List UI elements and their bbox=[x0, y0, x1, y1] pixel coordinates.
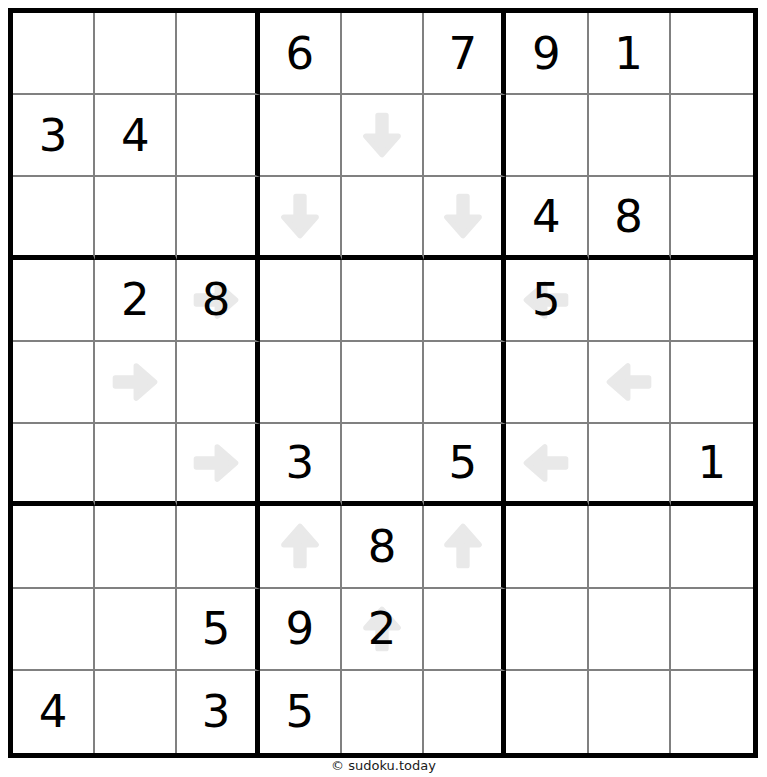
cell-r3c3[interactable] bbox=[177, 177, 259, 259]
cell-r8c2[interactable] bbox=[95, 589, 177, 671]
cell-r7c3[interactable] bbox=[177, 506, 259, 588]
cell-r3c7[interactable]: 4 bbox=[506, 177, 588, 259]
given-digit: 4 bbox=[39, 689, 68, 734]
cell-r9c3[interactable]: 3 bbox=[177, 671, 259, 753]
given-digit: 8 bbox=[614, 194, 643, 239]
cell-r4c6[interactable] bbox=[424, 260, 506, 342]
cell-r7c8[interactable] bbox=[589, 506, 671, 588]
cell-r1c2[interactable] bbox=[95, 13, 177, 95]
cell-r2c7[interactable] bbox=[506, 95, 588, 177]
cell-r8c5[interactable]: 2 bbox=[342, 589, 424, 671]
cell-r1c5[interactable] bbox=[342, 13, 424, 95]
given-digit: 9 bbox=[532, 31, 561, 76]
given-digit: 9 bbox=[285, 606, 314, 651]
arrow-left-icon bbox=[517, 434, 575, 492]
cell-r4c8[interactable] bbox=[589, 260, 671, 342]
cell-r5c5[interactable] bbox=[342, 342, 424, 424]
puzzle-page: 679134 482 8 5 35 1 8 59 2435 © sudoku.t… bbox=[0, 0, 767, 777]
arrow-left-icon bbox=[600, 353, 658, 411]
given-digit: 5 bbox=[285, 689, 314, 734]
given-digit: 7 bbox=[448, 31, 477, 76]
given-digit: 8 bbox=[368, 524, 397, 569]
arrow-up-icon bbox=[271, 517, 329, 575]
cell-r3c8[interactable]: 8 bbox=[589, 177, 671, 259]
given-digit: 5 bbox=[448, 440, 477, 485]
cell-r3c5[interactable] bbox=[342, 177, 424, 259]
cell-r8c1[interactable] bbox=[13, 589, 95, 671]
arrow-down-icon bbox=[353, 106, 411, 164]
arrow-up-icon bbox=[434, 517, 492, 575]
cell-r9c8[interactable] bbox=[589, 671, 671, 753]
arrow-right-icon bbox=[106, 353, 164, 411]
cell-r5c6[interactable] bbox=[424, 342, 506, 424]
cell-r6c2[interactable] bbox=[95, 424, 177, 506]
sudoku-board: 679134 482 8 5 35 1 8 59 2435 bbox=[8, 8, 758, 758]
cell-r1c4[interactable]: 6 bbox=[260, 13, 342, 95]
cell-r4c3[interactable]: 8 bbox=[177, 260, 259, 342]
cell-r5c3[interactable] bbox=[177, 342, 259, 424]
arrow-down-icon bbox=[434, 187, 492, 245]
cell-r6c3[interactable] bbox=[177, 424, 259, 506]
cell-r2c8[interactable] bbox=[589, 95, 671, 177]
cell-r7c7[interactable] bbox=[506, 506, 588, 588]
given-digit: 4 bbox=[532, 194, 561, 239]
cell-r7c5[interactable]: 8 bbox=[342, 506, 424, 588]
cell-r5c9[interactable] bbox=[671, 342, 753, 424]
cell-r4c4[interactable] bbox=[260, 260, 342, 342]
cell-r9c2[interactable] bbox=[95, 671, 177, 753]
cell-r5c4[interactable] bbox=[260, 342, 342, 424]
cell-r1c9[interactable] bbox=[671, 13, 753, 95]
cell-r5c8[interactable] bbox=[589, 342, 671, 424]
cell-r3c9[interactable] bbox=[671, 177, 753, 259]
cell-r4c2[interactable]: 2 bbox=[95, 260, 177, 342]
cell-r8c4[interactable]: 9 bbox=[260, 589, 342, 671]
cell-r8c9[interactable] bbox=[671, 589, 753, 671]
cell-r8c7[interactable] bbox=[506, 589, 588, 671]
cell-r6c9[interactable]: 1 bbox=[671, 424, 753, 506]
cell-r2c1[interactable]: 3 bbox=[13, 95, 95, 177]
cell-r6c6[interactable]: 5 bbox=[424, 424, 506, 506]
cell-r3c1[interactable] bbox=[13, 177, 95, 259]
cell-r3c2[interactable] bbox=[95, 177, 177, 259]
cell-r3c6[interactable] bbox=[424, 177, 506, 259]
cell-r6c5[interactable] bbox=[342, 424, 424, 506]
cell-r4c9[interactable] bbox=[671, 260, 753, 342]
given-digit: 5 bbox=[202, 606, 231, 651]
cell-r2c9[interactable] bbox=[671, 95, 753, 177]
given-digit: 3 bbox=[285, 440, 314, 485]
given-digit: 1 bbox=[698, 440, 727, 485]
cell-r7c1[interactable] bbox=[13, 506, 95, 588]
given-digit: 3 bbox=[202, 689, 231, 734]
given-digit: 2 bbox=[121, 277, 150, 322]
cell-r1c6[interactable]: 7 bbox=[424, 13, 506, 95]
arrow-down-icon bbox=[271, 187, 329, 245]
given-digit: 2 bbox=[368, 606, 397, 651]
cell-r2c2[interactable]: 4 bbox=[95, 95, 177, 177]
cell-r1c1[interactable] bbox=[13, 13, 95, 95]
cell-r9c1[interactable]: 4 bbox=[13, 671, 95, 753]
cell-r9c4[interactable]: 5 bbox=[260, 671, 342, 753]
cell-r7c6[interactable] bbox=[424, 506, 506, 588]
given-digit: 5 bbox=[532, 277, 561, 322]
cell-r6c8[interactable] bbox=[589, 424, 671, 506]
cell-r5c7[interactable] bbox=[506, 342, 588, 424]
cell-r7c4[interactable] bbox=[260, 506, 342, 588]
cell-r8c3[interactable]: 5 bbox=[177, 589, 259, 671]
cell-r8c6[interactable] bbox=[424, 589, 506, 671]
cell-r4c7[interactable]: 5 bbox=[506, 260, 588, 342]
copyright-credit: © sudoku.today bbox=[0, 757, 767, 777]
given-digit: 3 bbox=[39, 113, 68, 158]
cell-r7c2[interactable] bbox=[95, 506, 177, 588]
arrow-right-icon bbox=[187, 434, 245, 492]
cell-r6c7[interactable] bbox=[506, 424, 588, 506]
cell-r1c7[interactable]: 9 bbox=[506, 13, 588, 95]
cell-r2c4[interactable] bbox=[260, 95, 342, 177]
cell-r1c3[interactable] bbox=[177, 13, 259, 95]
given-digit: 1 bbox=[614, 31, 643, 76]
cell-r6c1[interactable] bbox=[13, 424, 95, 506]
cell-r6c4[interactable]: 3 bbox=[260, 424, 342, 506]
given-digit: 6 bbox=[285, 31, 314, 76]
cell-r9c9[interactable] bbox=[671, 671, 753, 753]
given-digit: 8 bbox=[202, 277, 231, 322]
cell-r4c1[interactable] bbox=[13, 260, 95, 342]
cell-r7c9[interactable] bbox=[671, 506, 753, 588]
cell-r9c7[interactable] bbox=[506, 671, 588, 753]
cell-r9c6[interactable] bbox=[424, 671, 506, 753]
cell-r5c1[interactable] bbox=[13, 342, 95, 424]
cell-r9c5[interactable] bbox=[342, 671, 424, 753]
cell-r1c8[interactable]: 1 bbox=[589, 13, 671, 95]
cell-r5c2[interactable] bbox=[95, 342, 177, 424]
cell-r2c3[interactable] bbox=[177, 95, 259, 177]
cell-r2c5[interactable] bbox=[342, 95, 424, 177]
cell-r8c8[interactable] bbox=[589, 589, 671, 671]
cell-r3c4[interactable] bbox=[260, 177, 342, 259]
cell-r4c5[interactable] bbox=[342, 260, 424, 342]
cell-r2c6[interactable] bbox=[424, 95, 506, 177]
given-digit: 4 bbox=[121, 113, 150, 158]
